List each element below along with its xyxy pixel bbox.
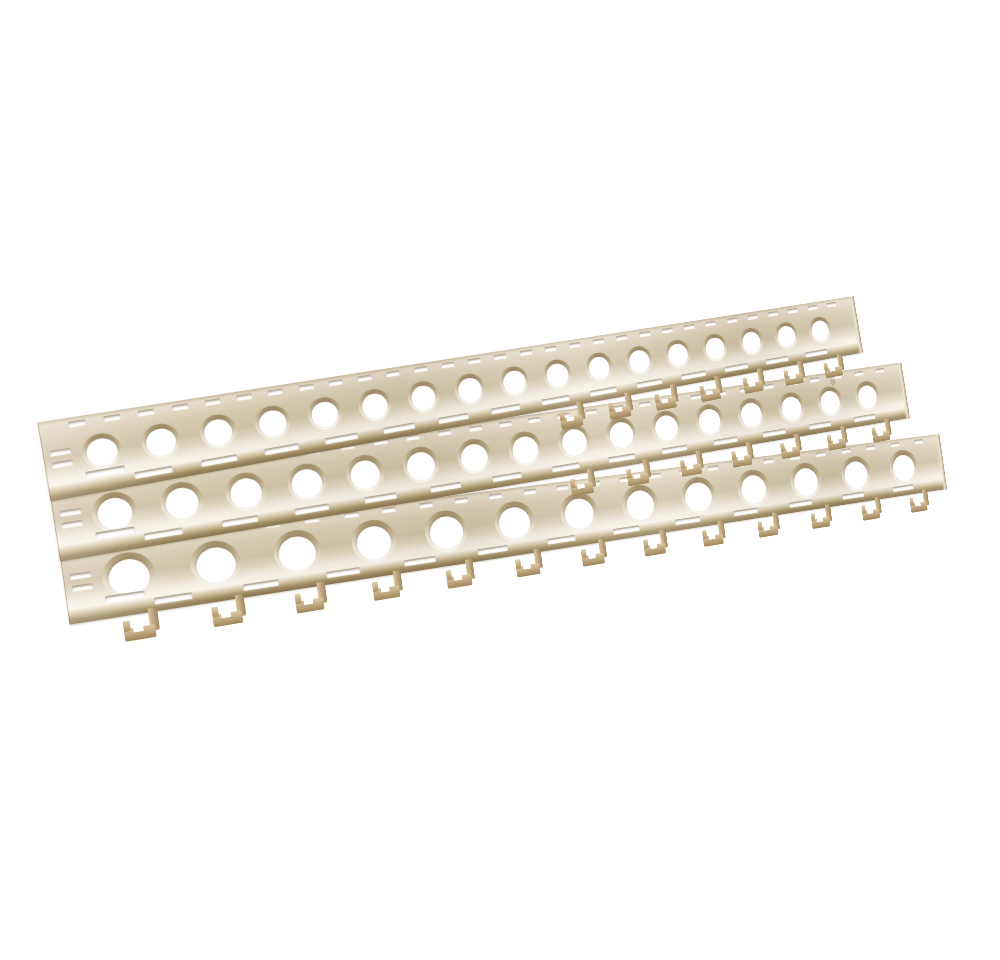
hanging-hook [741,368,768,400]
tool-hole [624,344,654,376]
hook-lip [123,620,131,632]
hook-lip [626,469,632,478]
tool-hole-opening [456,376,483,403]
hook-lip [446,570,453,580]
tool-hole-opening [792,466,819,497]
hook-lip [827,435,832,444]
hook-lip [784,370,789,379]
hook-lip [654,394,660,403]
hanging-hook [810,504,835,535]
hanging-hook [782,360,808,392]
tool-hole-opening [819,389,842,415]
hanging-hook [121,607,163,650]
hanging-hook [445,559,479,596]
hanging-hook [860,496,884,526]
hook-lip [570,479,576,489]
hanging-hook [653,383,682,417]
tool-hole [498,364,531,398]
tool-hole-opening [409,384,437,412]
hook-lip [909,498,914,506]
hook-lip [861,505,866,513]
hanging-hook [870,418,894,448]
hook-lip [871,427,876,435]
hook-lip [581,549,587,559]
tool-hole-opening [741,331,762,355]
hook-lip [680,460,686,469]
hook-lip [211,607,219,618]
hook-lip [294,594,301,605]
hanging-hook [826,426,851,457]
hanging-hook [580,538,610,573]
hanging-hook [514,548,546,584]
hanging-hook [822,353,847,384]
tool-hole [197,412,239,451]
tool-hole [405,379,441,415]
tool-hole [701,332,729,363]
tool-hole-opening [856,384,878,409]
hanging-hook [909,489,932,518]
hanging-hook [558,400,589,435]
hook-lip [699,386,705,395]
hanging-hook [730,441,757,473]
hook-lip [742,378,747,387]
tool-hole [452,372,487,407]
hook-lip [758,521,763,530]
hook-lip [559,411,565,421]
tool-hole [807,315,833,344]
tool-hole-opening [704,336,726,360]
tool-hole-opening [891,454,916,483]
hook-lip [823,363,828,372]
hanging-hook [606,392,636,427]
tool-hole [541,358,573,392]
tool-hole [663,338,692,370]
hook-lip [731,451,736,460]
hanging-hook [757,512,783,544]
hanging-hook [293,581,331,621]
hook-lip [515,559,521,569]
tool-hole-opening [667,343,690,368]
hook-lip [608,402,614,412]
tool-hole [305,395,343,433]
tool-hole-opening [810,319,830,342]
tool-hole [888,448,920,485]
tool-hole-opening [202,417,234,448]
hanging-hook [371,570,407,608]
tool-hole [140,421,183,461]
tool-hole [738,326,765,356]
tool-hole-opening [310,400,340,429]
hook-lip [780,443,785,452]
tool-hole [583,351,614,384]
hook-lip [643,539,649,548]
tool-hole-opening [361,392,390,421]
hanging-hook [625,459,654,493]
hanging-hook [210,594,250,635]
tool-hole [773,321,800,351]
hanging-hook [701,520,728,553]
tool-hole-opening [628,349,652,374]
tool-hole-opening [587,355,611,381]
tool-hole [252,403,292,441]
hanging-hook [779,433,805,465]
tool-hole-opening [545,362,570,388]
product-photo-stage [0,0,1000,960]
tool-hole-opening [85,436,120,468]
hook-lip [811,513,816,522]
tool-hole-opening [843,460,869,490]
hanging-hook [698,375,726,408]
tool-hole-opening [776,325,797,348]
hanging-hook [679,450,707,483]
hook-lip [702,530,707,539]
tool-hole-opening [257,408,288,438]
tool-hole-opening [502,369,528,396]
hanging-hook [642,529,671,563]
hanging-hook [568,468,599,503]
hook-lip [372,581,379,592]
tool-hole [356,387,393,424]
tool-hole-opening [144,427,178,458]
